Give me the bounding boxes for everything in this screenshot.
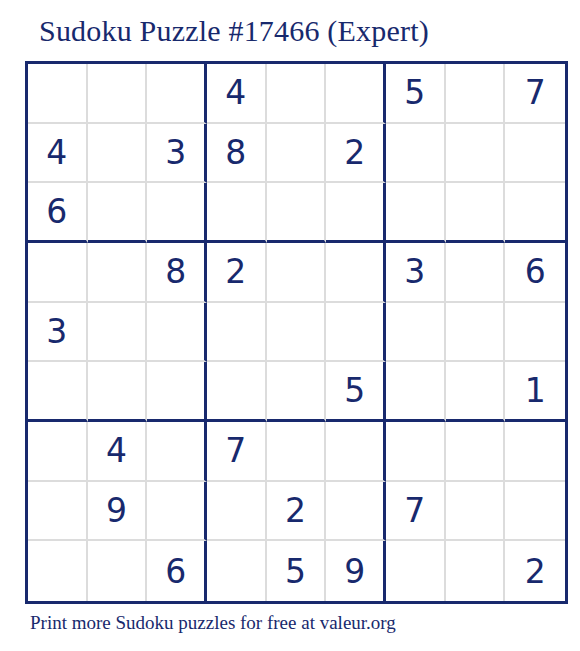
- sudoku-cell: [28, 243, 88, 303]
- sudoku-cell: 5: [267, 541, 327, 601]
- sudoku-cell: [147, 303, 207, 363]
- sudoku-cell: [88, 303, 148, 363]
- sudoku-cell: [88, 541, 148, 601]
- sudoku-cell: [446, 124, 506, 184]
- sudoku-cell: [28, 482, 88, 542]
- sudoku-cell: [386, 303, 446, 363]
- sudoku-cell: [207, 183, 267, 243]
- sudoku-cell: [386, 541, 446, 601]
- sudoku-cell: [446, 303, 506, 363]
- sudoku-cell: [88, 362, 148, 422]
- sudoku-cell: 2: [267, 482, 327, 542]
- sudoku-cell: [326, 243, 386, 303]
- sudoku-cell: [207, 362, 267, 422]
- sudoku-cell: [446, 422, 506, 482]
- sudoku-cell: [147, 422, 207, 482]
- sudoku-cell: [505, 482, 565, 542]
- sudoku-cell: [326, 482, 386, 542]
- page-title: Sudoku Puzzle #17466 (Expert): [39, 14, 429, 48]
- sudoku-cell: 6: [505, 243, 565, 303]
- sudoku-cell: 2: [207, 243, 267, 303]
- sudoku-cell: [446, 243, 506, 303]
- sudoku-cell: [386, 422, 446, 482]
- sudoku-cell: [28, 362, 88, 422]
- sudoku-cell: [88, 64, 148, 124]
- sudoku-cell: [28, 541, 88, 601]
- sudoku-cell: [267, 303, 327, 363]
- sudoku-cell: [326, 422, 386, 482]
- sudoku-cell: [207, 541, 267, 601]
- sudoku-cell: [326, 303, 386, 363]
- sudoku-cell: [505, 183, 565, 243]
- sudoku-cell: [147, 183, 207, 243]
- sudoku-cell: [28, 64, 88, 124]
- sudoku-cell: [147, 64, 207, 124]
- sudoku-cell: 8: [147, 243, 207, 303]
- sudoku-cell: [267, 243, 327, 303]
- sudoku-cell: [326, 183, 386, 243]
- sudoku-cell: [267, 183, 327, 243]
- sudoku-cell: [446, 482, 506, 542]
- sudoku-cell: [207, 482, 267, 542]
- sudoku-cell: [267, 124, 327, 184]
- sudoku-cell: 3: [386, 243, 446, 303]
- sudoku-cell: [505, 124, 565, 184]
- sudoku-cell: 4: [207, 64, 267, 124]
- sudoku-cell: [267, 362, 327, 422]
- sudoku-cell: [147, 362, 207, 422]
- sudoku-cell: 5: [326, 362, 386, 422]
- sudoku-cell: 2: [505, 541, 565, 601]
- sudoku-cell: [207, 303, 267, 363]
- sudoku-cell: [267, 422, 327, 482]
- sudoku-cell: 7: [505, 64, 565, 124]
- sudoku-cell: 5: [386, 64, 446, 124]
- sudoku-cell: 6: [147, 541, 207, 601]
- sudoku-cell: [326, 64, 386, 124]
- sudoku-cell: 7: [207, 422, 267, 482]
- sudoku-cell: [386, 183, 446, 243]
- sudoku-cell: [147, 482, 207, 542]
- sudoku-cell: [505, 422, 565, 482]
- sudoku-cell: 3: [28, 303, 88, 363]
- sudoku-cell: 1: [505, 362, 565, 422]
- sudoku-cell: 2: [326, 124, 386, 184]
- sudoku-cell: [386, 124, 446, 184]
- sudoku-cell: 9: [326, 541, 386, 601]
- sudoku-cell: [386, 362, 446, 422]
- sudoku-cell: [267, 64, 327, 124]
- sudoku-cell: 3: [147, 124, 207, 184]
- sudoku-board: 457438268236351479276592: [25, 61, 568, 604]
- sudoku-cell: [505, 303, 565, 363]
- sudoku-cell: [446, 183, 506, 243]
- sudoku-cell: [88, 183, 148, 243]
- sudoku-cell: [446, 541, 506, 601]
- sudoku-cell: 7: [386, 482, 446, 542]
- sudoku-cell: 6: [28, 183, 88, 243]
- sudoku-cell: [88, 243, 148, 303]
- sudoku-cell: [88, 124, 148, 184]
- sudoku-cell: 4: [88, 422, 148, 482]
- sudoku-cell: 9: [88, 482, 148, 542]
- sudoku-cell: [28, 422, 88, 482]
- footer-text: Print more Sudoku puzzles for free at va…: [30, 612, 396, 634]
- sudoku-cell: 4: [28, 124, 88, 184]
- sudoku-cell: 8: [207, 124, 267, 184]
- sudoku-cell: [446, 362, 506, 422]
- sudoku-cell: [446, 64, 506, 124]
